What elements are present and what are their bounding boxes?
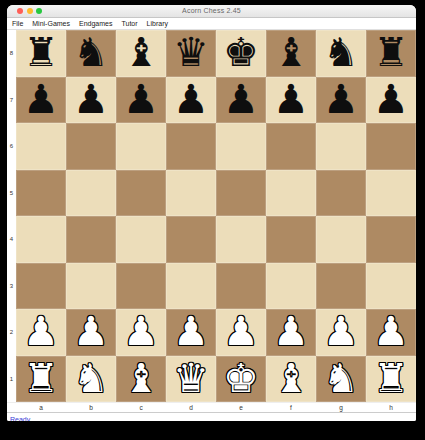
- piece-white-pawn[interactable]: ♟: [173, 311, 209, 351]
- piece-white-pawn[interactable]: ♟: [123, 311, 159, 351]
- file-label-d: d: [166, 403, 216, 412]
- square-f6[interactable]: [266, 123, 316, 170]
- rank-label-2: 2: [7, 309, 16, 356]
- square-d1[interactable]: ♛: [166, 356, 216, 403]
- menu-item-file[interactable]: File: [12, 20, 23, 27]
- square-e4[interactable]: [216, 216, 266, 263]
- piece-black-rook[interactable]: ♜: [373, 32, 409, 72]
- file-label-a: a: [16, 403, 66, 412]
- square-h3[interactable]: [366, 263, 416, 310]
- square-g8[interactable]: ♞: [316, 30, 366, 77]
- piece-white-pawn[interactable]: ♟: [73, 311, 109, 351]
- square-d2[interactable]: ♟: [166, 309, 216, 356]
- rank-label-8: 8: [7, 30, 16, 77]
- piece-black-knight[interactable]: ♞: [323, 32, 359, 72]
- piece-white-king[interactable]: ♚: [223, 358, 259, 398]
- piece-white-bishop[interactable]: ♝: [123, 358, 159, 398]
- square-h4[interactable]: [366, 216, 416, 263]
- title-bar: Acorn Chess 2.45: [7, 5, 416, 18]
- piece-black-pawn[interactable]: ♟: [123, 79, 159, 119]
- square-c8[interactable]: ♝: [116, 30, 166, 77]
- square-b2[interactable]: ♟: [66, 309, 116, 356]
- square-f4[interactable]: [266, 216, 316, 263]
- square-h6[interactable]: [366, 123, 416, 170]
- square-b1[interactable]: ♞: [66, 356, 116, 403]
- square-a2[interactable]: ♟: [16, 309, 66, 356]
- square-b4[interactable]: [66, 216, 116, 263]
- square-e8[interactable]: ♚: [216, 30, 266, 77]
- square-a6[interactable]: [16, 123, 66, 170]
- piece-black-knight[interactable]: ♞: [73, 32, 109, 72]
- square-f3[interactable]: [266, 263, 316, 310]
- square-f2[interactable]: ♟: [266, 309, 316, 356]
- square-d5[interactable]: [166, 170, 216, 217]
- square-c1[interactable]: ♝: [116, 356, 166, 403]
- square-c6[interactable]: [116, 123, 166, 170]
- piece-white-pawn[interactable]: ♟: [23, 311, 59, 351]
- square-e7[interactable]: ♟: [216, 77, 266, 124]
- square-c3[interactable]: [116, 263, 166, 310]
- file-labels-row: abcdefgh: [7, 402, 416, 412]
- piece-white-queen[interactable]: ♛: [173, 358, 209, 398]
- rank-label-6: 6: [7, 123, 16, 170]
- square-a7[interactable]: ♟: [16, 77, 66, 124]
- square-c7[interactable]: ♟: [116, 77, 166, 124]
- piece-black-pawn[interactable]: ♟: [223, 79, 259, 119]
- rank-label-7: 7: [7, 77, 16, 124]
- rank-label-3: 3: [7, 263, 16, 310]
- square-e2[interactable]: ♟: [216, 309, 266, 356]
- piece-black-pawn[interactable]: ♟: [273, 79, 309, 119]
- piece-black-queen[interactable]: ♛: [173, 32, 209, 72]
- file-label-f: f: [266, 403, 316, 412]
- piece-white-rook[interactable]: ♜: [23, 358, 59, 398]
- piece-white-knight[interactable]: ♞: [323, 358, 359, 398]
- square-a5[interactable]: [16, 170, 66, 217]
- square-f5[interactable]: [266, 170, 316, 217]
- square-g6[interactable]: [316, 123, 366, 170]
- status-bar: Ready...: [7, 412, 416, 421]
- status-text: Ready...: [7, 416, 36, 422]
- square-g7[interactable]: ♟: [316, 77, 366, 124]
- piece-black-pawn[interactable]: ♟: [323, 79, 359, 119]
- app-window: Acorn Chess 2.45 FileMini-GamesEndgamesT…: [7, 5, 416, 421]
- square-d4[interactable]: [166, 216, 216, 263]
- menu-item-mini-games[interactable]: Mini-Games: [32, 20, 70, 27]
- square-h1[interactable]: ♜: [366, 356, 416, 403]
- square-e5[interactable]: [216, 170, 266, 217]
- square-c2[interactable]: ♟: [116, 309, 166, 356]
- menu-bar: FileMini-GamesEndgamesTutorLibrary: [7, 18, 416, 30]
- square-h2[interactable]: ♟: [366, 309, 416, 356]
- square-d3[interactable]: [166, 263, 216, 310]
- square-b5[interactable]: [66, 170, 116, 217]
- piece-black-king[interactable]: ♚: [223, 32, 259, 72]
- square-a4[interactable]: [16, 216, 66, 263]
- square-e1[interactable]: ♚: [216, 356, 266, 403]
- piece-white-pawn[interactable]: ♟: [223, 311, 259, 351]
- square-f7[interactable]: ♟: [266, 77, 316, 124]
- square-f1[interactable]: ♝: [266, 356, 316, 403]
- square-b7[interactable]: ♟: [66, 77, 116, 124]
- square-h7[interactable]: ♟: [366, 77, 416, 124]
- square-d7[interactable]: ♟: [166, 77, 216, 124]
- square-h8[interactable]: ♜: [366, 30, 416, 77]
- traffic-lights: [17, 8, 42, 14]
- piece-white-rook[interactable]: ♜: [373, 358, 409, 398]
- piece-black-pawn[interactable]: ♟: [73, 79, 109, 119]
- square-g5[interactable]: [316, 170, 366, 217]
- file-label-e: e: [216, 403, 266, 412]
- file-labels-spacer: [7, 403, 16, 412]
- square-g1[interactable]: ♞: [316, 356, 366, 403]
- menu-item-library[interactable]: Library: [147, 20, 168, 27]
- close-button[interactable]: [17, 8, 23, 14]
- square-g2[interactable]: ♟: [316, 309, 366, 356]
- square-a8[interactable]: ♜: [16, 30, 66, 77]
- file-label-h: h: [366, 403, 416, 412]
- square-a1[interactable]: ♜: [16, 356, 66, 403]
- square-b6[interactable]: [66, 123, 116, 170]
- piece-white-pawn[interactable]: ♟: [273, 311, 309, 351]
- square-d6[interactable]: [166, 123, 216, 170]
- piece-black-bishop[interactable]: ♝: [123, 32, 159, 72]
- rank-labels: 87654321: [7, 30, 16, 402]
- menu-item-endgames[interactable]: Endgames: [79, 20, 112, 27]
- piece-white-pawn[interactable]: ♟: [323, 311, 359, 351]
- square-b8[interactable]: ♞: [66, 30, 116, 77]
- square-c4[interactable]: [116, 216, 166, 263]
- square-a3[interactable]: [16, 263, 66, 310]
- window-title: Acorn Chess 2.45: [7, 5, 416, 17]
- piece-white-knight[interactable]: ♞: [73, 358, 109, 398]
- piece-black-rook[interactable]: ♜: [23, 32, 59, 72]
- square-b3[interactable]: [66, 263, 116, 310]
- square-f8[interactable]: ♝: [266, 30, 316, 77]
- square-g4[interactable]: [316, 216, 366, 263]
- piece-black-pawn[interactable]: ♟: [173, 79, 209, 119]
- rank-label-5: 5: [7, 170, 16, 217]
- menu-item-tutor[interactable]: Tutor: [121, 20, 137, 27]
- square-h5[interactable]: [366, 170, 416, 217]
- square-c5[interactable]: [116, 170, 166, 217]
- square-d8[interactable]: ♛: [166, 30, 216, 77]
- square-e3[interactable]: [216, 263, 266, 310]
- piece-black-pawn[interactable]: ♟: [23, 79, 59, 119]
- piece-white-bishop[interactable]: ♝: [273, 358, 309, 398]
- chess-board: ♜♞♝♛♚♝♞♜♟♟♟♟♟♟♟♟♟♟♟♟♟♟♟♟♜♞♝♛♚♝♞♜: [16, 30, 416, 402]
- rank-label-4: 4: [7, 216, 16, 263]
- file-label-c: c: [116, 403, 166, 412]
- rank-label-1: 1: [7, 356, 16, 403]
- minimize-button[interactable]: [27, 8, 33, 14]
- square-g3[interactable]: [316, 263, 366, 310]
- file-label-b: b: [66, 403, 116, 412]
- piece-white-pawn[interactable]: ♟: [373, 311, 409, 351]
- file-label-g: g: [316, 403, 366, 412]
- zoom-button[interactable]: [36, 8, 42, 14]
- board-area: 87654321 ♜♞♝♛♚♝♞♜♟♟♟♟♟♟♟♟♟♟♟♟♟♟♟♟♜♞♝♛♚♝♞…: [7, 30, 416, 402]
- piece-black-pawn[interactable]: ♟: [373, 79, 409, 119]
- piece-black-bishop[interactable]: ♝: [273, 32, 309, 72]
- file-labels: abcdefgh: [16, 403, 416, 412]
- square-e6[interactable]: [216, 123, 266, 170]
